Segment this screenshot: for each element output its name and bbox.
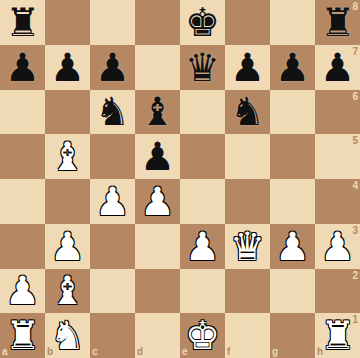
piece-white-knight[interactable]: ♞ [50,316,85,355]
square-g2[interactable] [270,269,315,314]
square-b6[interactable] [45,90,90,135]
square-a8[interactable]: ♜ [0,0,45,45]
piece-white-pawn[interactable]: ♟ [95,182,130,221]
square-h5[interactable]: 5 [315,134,360,179]
square-f8[interactable] [225,0,270,45]
square-c7[interactable]: ♟ [90,45,135,90]
square-d5[interactable]: ♟ [135,134,180,179]
square-g5[interactable] [270,134,315,179]
square-h3[interactable]: ♟3 [315,224,360,269]
piece-white-king[interactable]: ♚ [185,316,220,355]
square-f1[interactable]: f [225,313,270,358]
file-label-d: d [137,347,143,357]
square-c2[interactable] [90,269,135,314]
square-d6[interactable]: ♝ [135,90,180,135]
square-h4[interactable]: 4 [315,179,360,224]
square-c8[interactable] [90,0,135,45]
square-e4[interactable] [180,179,225,224]
piece-white-bishop[interactable]: ♝ [50,271,85,310]
piece-black-pawn[interactable]: ♟ [95,48,130,87]
square-g7[interactable]: ♟ [270,45,315,90]
square-c4[interactable]: ♟ [90,179,135,224]
rank-label-4: 4 [352,181,358,191]
square-g4[interactable] [270,179,315,224]
piece-black-pawn[interactable]: ♟ [140,137,175,176]
piece-white-queen[interactable]: ♛ [230,227,265,266]
piece-black-pawn[interactable]: ♟ [50,48,85,87]
file-label-c: c [92,347,98,357]
piece-white-rook[interactable]: ♜ [5,316,40,355]
square-f7[interactable]: ♟ [225,45,270,90]
square-d2[interactable] [135,269,180,314]
square-g6[interactable] [270,90,315,135]
square-f6[interactable]: ♞ [225,90,270,135]
piece-black-knight[interactable]: ♞ [230,92,265,131]
piece-white-pawn[interactable]: ♟ [140,182,175,221]
piece-white-bishop[interactable]: ♝ [50,137,85,176]
square-e2[interactable] [180,269,225,314]
piece-black-pawn[interactable]: ♟ [275,48,310,87]
square-e1[interactable]: ♚e [180,313,225,358]
square-a1[interactable]: ♜a [0,313,45,358]
piece-black-king[interactable]: ♚ [185,3,220,42]
chess-board: ♜♚♜8♟♟♟♛♟♟♟7♞♝♞6♝♟5♟♟4♟♟♛♟♟3♟♝2♜a♞bcd♚ef… [0,0,360,358]
square-b4[interactable] [45,179,90,224]
rank-label-5: 5 [352,136,358,146]
piece-black-knight[interactable]: ♞ [95,92,130,131]
square-e8[interactable]: ♚ [180,0,225,45]
piece-black-pawn[interactable]: ♟ [230,48,265,87]
square-a7[interactable]: ♟ [0,45,45,90]
square-g1[interactable]: g [270,313,315,358]
piece-black-queen[interactable]: ♛ [185,48,220,87]
square-h2[interactable]: 2 [315,269,360,314]
square-g3[interactable]: ♟ [270,224,315,269]
square-f2[interactable] [225,269,270,314]
square-b8[interactable] [45,0,90,45]
square-f4[interactable] [225,179,270,224]
square-e7[interactable]: ♛ [180,45,225,90]
square-d7[interactable] [135,45,180,90]
square-g8[interactable] [270,0,315,45]
rank-label-6: 6 [352,92,358,102]
square-h8[interactable]: ♜8 [315,0,360,45]
square-h7[interactable]: ♟7 [315,45,360,90]
piece-black-rook[interactable]: ♜ [320,3,355,42]
rank-label-2: 2 [352,271,358,281]
piece-white-pawn[interactable]: ♟ [5,271,40,310]
piece-white-pawn[interactable]: ♟ [320,227,355,266]
square-f3[interactable]: ♛ [225,224,270,269]
piece-white-pawn[interactable]: ♟ [50,227,85,266]
square-e5[interactable] [180,134,225,179]
square-a4[interactable] [0,179,45,224]
square-c5[interactable] [90,134,135,179]
file-label-g: g [272,347,278,357]
file-label-f: f [227,347,230,357]
square-c3[interactable] [90,224,135,269]
square-a3[interactable] [0,224,45,269]
square-h6[interactable]: 6 [315,90,360,135]
square-b1[interactable]: ♞b [45,313,90,358]
square-b5[interactable]: ♝ [45,134,90,179]
square-a2[interactable]: ♟ [0,269,45,314]
piece-black-bishop[interactable]: ♝ [140,92,175,131]
square-b3[interactable]: ♟ [45,224,90,269]
piece-black-pawn[interactable]: ♟ [320,48,355,87]
square-e6[interactable] [180,90,225,135]
square-d1[interactable]: d [135,313,180,358]
square-c1[interactable]: c [90,313,135,358]
piece-black-rook[interactable]: ♜ [5,3,40,42]
piece-white-rook[interactable]: ♜ [320,316,355,355]
square-d3[interactable] [135,224,180,269]
square-d8[interactable] [135,0,180,45]
square-e3[interactable]: ♟ [180,224,225,269]
square-a6[interactable] [0,90,45,135]
square-h1[interactable]: ♜1h [315,313,360,358]
square-a5[interactable] [0,134,45,179]
square-d4[interactable]: ♟ [135,179,180,224]
piece-white-pawn[interactable]: ♟ [185,227,220,266]
square-b7[interactable]: ♟ [45,45,90,90]
square-f5[interactable] [225,134,270,179]
square-b2[interactable]: ♝ [45,269,90,314]
square-c6[interactable]: ♞ [90,90,135,135]
piece-white-pawn[interactable]: ♟ [275,227,310,266]
piece-black-pawn[interactable]: ♟ [5,48,40,87]
